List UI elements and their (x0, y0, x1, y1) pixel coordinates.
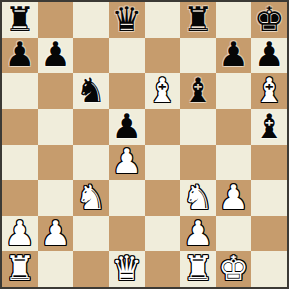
piece-white-king: ♚ (218, 251, 248, 285)
square-h6[interactable]: ♝ (251, 73, 287, 109)
piece-white-pawn: ♟ (183, 216, 213, 250)
square-h2[interactable] (251, 216, 287, 252)
piece-white-pawn: ♟ (218, 180, 248, 214)
square-g8[interactable] (216, 2, 252, 38)
chess-board: ♜♛♜♚♟♟♟♟♞♝♝♝♟♝♟♞♞♟♟♟♟♜♛♜♚ (0, 0, 289, 289)
square-f6[interactable]: ♝ (180, 73, 216, 109)
square-a2[interactable]: ♟ (2, 216, 38, 252)
piece-black-queen: ♛ (111, 2, 141, 36)
square-g2[interactable] (216, 216, 252, 252)
square-e4[interactable] (145, 145, 181, 181)
piece-white-bishop: ♝ (147, 73, 177, 107)
square-c1[interactable] (73, 251, 109, 287)
piece-white-pawn: ♟ (5, 216, 35, 250)
square-a5[interactable] (2, 109, 38, 145)
square-f4[interactable] (180, 145, 216, 181)
square-b4[interactable] (38, 145, 74, 181)
square-a6[interactable] (2, 73, 38, 109)
square-d8[interactable]: ♛ (109, 2, 145, 38)
square-c8[interactable] (73, 2, 109, 38)
square-f7[interactable] (180, 38, 216, 74)
square-b7[interactable]: ♟ (38, 38, 74, 74)
square-e2[interactable] (145, 216, 181, 252)
square-g3[interactable]: ♟ (216, 180, 252, 216)
piece-white-knight: ♞ (76, 180, 106, 214)
square-a3[interactable] (2, 180, 38, 216)
piece-black-pawn: ♟ (218, 38, 248, 72)
square-h5[interactable]: ♝ (251, 109, 287, 145)
square-f1[interactable]: ♜ (180, 251, 216, 287)
square-b5[interactable] (38, 109, 74, 145)
square-d2[interactable] (109, 216, 145, 252)
square-e1[interactable] (145, 251, 181, 287)
square-f8[interactable]: ♜ (180, 2, 216, 38)
piece-black-bishop: ♝ (183, 73, 213, 107)
square-f2[interactable]: ♟ (180, 216, 216, 252)
piece-white-queen: ♛ (111, 251, 141, 285)
square-g6[interactable] (216, 73, 252, 109)
piece-black-bishop: ♝ (254, 109, 284, 143)
square-b1[interactable] (38, 251, 74, 287)
square-c5[interactable] (73, 109, 109, 145)
square-g1[interactable]: ♚ (216, 251, 252, 287)
square-c2[interactable] (73, 216, 109, 252)
square-g4[interactable] (216, 145, 252, 181)
square-g5[interactable] (216, 109, 252, 145)
square-a8[interactable]: ♜ (2, 2, 38, 38)
square-a1[interactable]: ♜ (2, 251, 38, 287)
square-c3[interactable]: ♞ (73, 180, 109, 216)
piece-black-knight: ♞ (76, 73, 106, 107)
square-e8[interactable] (145, 2, 181, 38)
square-a4[interactable] (2, 145, 38, 181)
piece-black-pawn: ♟ (40, 38, 70, 72)
square-b2[interactable]: ♟ (38, 216, 74, 252)
square-e3[interactable] (145, 180, 181, 216)
square-d3[interactable] (109, 180, 145, 216)
square-b6[interactable] (38, 73, 74, 109)
square-b8[interactable] (38, 2, 74, 38)
piece-white-rook: ♜ (5, 251, 35, 285)
square-h8[interactable]: ♚ (251, 2, 287, 38)
square-d1[interactable]: ♛ (109, 251, 145, 287)
square-c7[interactable] (73, 38, 109, 74)
square-c6[interactable]: ♞ (73, 73, 109, 109)
square-h7[interactable]: ♟ (251, 38, 287, 74)
square-d5[interactable]: ♟ (109, 109, 145, 145)
piece-white-pawn: ♟ (40, 216, 70, 250)
piece-white-knight: ♞ (183, 180, 213, 214)
piece-white-rook: ♜ (183, 251, 213, 285)
square-e6[interactable]: ♝ (145, 73, 181, 109)
square-e5[interactable] (145, 109, 181, 145)
piece-black-pawn: ♟ (254, 38, 284, 72)
square-h4[interactable] (251, 145, 287, 181)
piece-white-bishop: ♝ (254, 73, 284, 107)
square-c4[interactable] (73, 145, 109, 181)
square-d7[interactable] (109, 38, 145, 74)
piece-black-rook: ♜ (5, 2, 35, 36)
square-e7[interactable] (145, 38, 181, 74)
piece-white-pawn: ♟ (111, 145, 141, 179)
square-b3[interactable] (38, 180, 74, 216)
square-h3[interactable] (251, 180, 287, 216)
square-d4[interactable]: ♟ (109, 145, 145, 181)
piece-black-pawn: ♟ (5, 38, 35, 72)
square-g7[interactable]: ♟ (216, 38, 252, 74)
square-h1[interactable] (251, 251, 287, 287)
square-a7[interactable]: ♟ (2, 38, 38, 74)
piece-black-rook: ♜ (183, 2, 213, 36)
square-d6[interactable] (109, 73, 145, 109)
piece-black-king: ♚ (254, 2, 284, 36)
square-f3[interactable]: ♞ (180, 180, 216, 216)
square-f5[interactable] (180, 109, 216, 145)
piece-black-pawn: ♟ (111, 109, 141, 143)
